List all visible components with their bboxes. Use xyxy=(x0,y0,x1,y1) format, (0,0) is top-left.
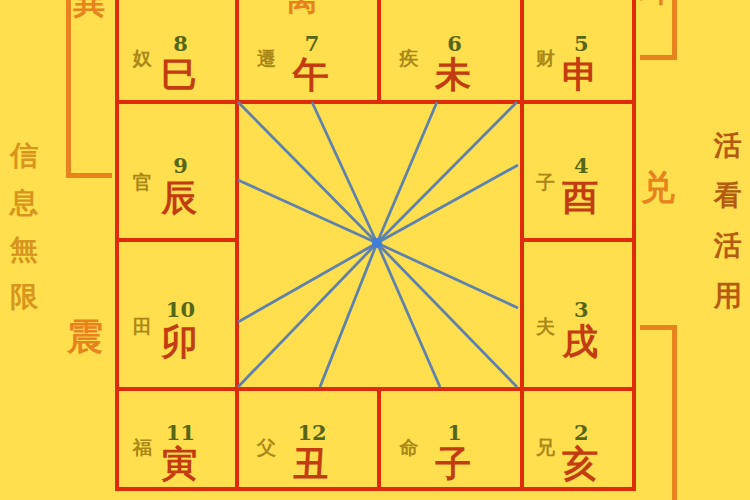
earthly-branch-glyph: 寅 xyxy=(161,445,197,481)
bracket-top-left-vertical xyxy=(66,0,71,178)
earthly-branch-glyph: 丑 xyxy=(293,445,329,481)
palace-label: 官 xyxy=(133,172,152,191)
earthly-branch-glyph: 申 xyxy=(562,56,598,92)
trigram-li: 离 xyxy=(286,0,318,15)
trigram-dui: 兑 xyxy=(641,170,675,204)
right-text-char: 活 xyxy=(714,232,742,260)
earthly-branch-glyph: 辰 xyxy=(161,179,197,215)
palace-label: 子 xyxy=(536,172,555,191)
earthly-branch-glyph: 巳 xyxy=(161,56,197,92)
left-text-char: 無 xyxy=(10,236,38,264)
palace-number: 6 xyxy=(447,33,462,54)
right-text-char: 看 xyxy=(714,182,742,210)
palace-number: 11 xyxy=(166,422,195,443)
right-text-char: 用 xyxy=(714,282,742,310)
palace-label: 兄 xyxy=(536,437,555,456)
palace-cell-6: 疾 6 未 xyxy=(377,0,520,100)
earthly-branch-glyph: 亥 xyxy=(562,445,598,481)
palace-cell-4: 子 4 酉 xyxy=(520,100,636,238)
bracket-top-right-horizontal xyxy=(640,55,677,60)
palace-number: 1 xyxy=(447,422,462,443)
palace-label: 财 xyxy=(536,49,555,68)
left-vertical-text: 信 息 無 限 xyxy=(6,142,42,311)
palace-cell-3: 夫 3 戌 xyxy=(520,238,636,387)
palace-number: 9 xyxy=(173,155,188,176)
palace-label: 田 xyxy=(133,317,152,336)
palace-number: 12 xyxy=(298,422,327,443)
palace-label: 疾 xyxy=(399,49,418,68)
palace-grid: 奴 8 巳 遷 7 午 疾 6 未 财 5 申 官 9 辰 子 4 酉 田 10… xyxy=(115,0,636,491)
astrology-chart-canvas: 奴 8 巳 遷 7 午 疾 6 未 财 5 申 官 9 辰 子 4 酉 田 10… xyxy=(0,0,750,500)
palace-label: 奴 xyxy=(133,49,152,68)
palace-number: 5 xyxy=(574,33,589,54)
earthly-branch-glyph: 午 xyxy=(293,56,329,92)
earthly-branch-glyph: 卯 xyxy=(161,323,197,359)
palace-cell-1: 命 1 子 xyxy=(377,387,520,491)
palace-cell-12: 父 12 丑 xyxy=(235,387,377,491)
palace-number: 8 xyxy=(173,33,188,54)
palace-label: 父 xyxy=(257,437,276,456)
trigram-zhen: 震 xyxy=(67,318,103,354)
earthly-branch-glyph: 酉 xyxy=(562,179,598,215)
palace-number: 4 xyxy=(574,155,589,176)
palace-cell-2: 兄 2 亥 xyxy=(520,387,636,491)
earthly-branch-glyph: 未 xyxy=(435,56,471,92)
palace-cell-9: 官 9 辰 xyxy=(115,100,235,238)
palace-label: 遷 xyxy=(257,49,276,68)
earthly-branch-glyph: 戌 xyxy=(562,323,598,359)
palace-number: 10 xyxy=(166,299,195,320)
palace-label: 夫 xyxy=(536,317,555,336)
palace-cell-5: 财 5 申 xyxy=(520,0,636,100)
palace-number: 7 xyxy=(305,33,320,54)
palace-number: 3 xyxy=(574,299,589,320)
palace-cell-11: 福 11 寅 xyxy=(115,387,235,491)
center-square xyxy=(235,100,520,387)
palace-cell-8: 奴 8 巳 xyxy=(115,0,235,100)
palace-cell-10: 田 10 卯 xyxy=(115,238,235,387)
palace-number: 2 xyxy=(574,422,589,443)
bracket-top-left-horizontal xyxy=(66,173,112,178)
left-text-char: 限 xyxy=(10,283,38,311)
right-vertical-text: 活 看 活 用 xyxy=(710,132,746,310)
bracket-bottom-right-vertical xyxy=(672,325,677,500)
bracket-top-right-vertical xyxy=(672,0,677,60)
left-text-char: 信 xyxy=(10,142,38,170)
palace-label: 命 xyxy=(399,437,418,456)
left-text-char: 息 xyxy=(10,189,38,217)
earthly-branch-glyph: 子 xyxy=(435,445,471,481)
right-text-char: 活 xyxy=(714,132,742,160)
trigram-kun: 坤 xyxy=(640,0,672,6)
palace-label: 福 xyxy=(133,437,152,456)
trigram-xun: 巽 xyxy=(73,0,105,18)
